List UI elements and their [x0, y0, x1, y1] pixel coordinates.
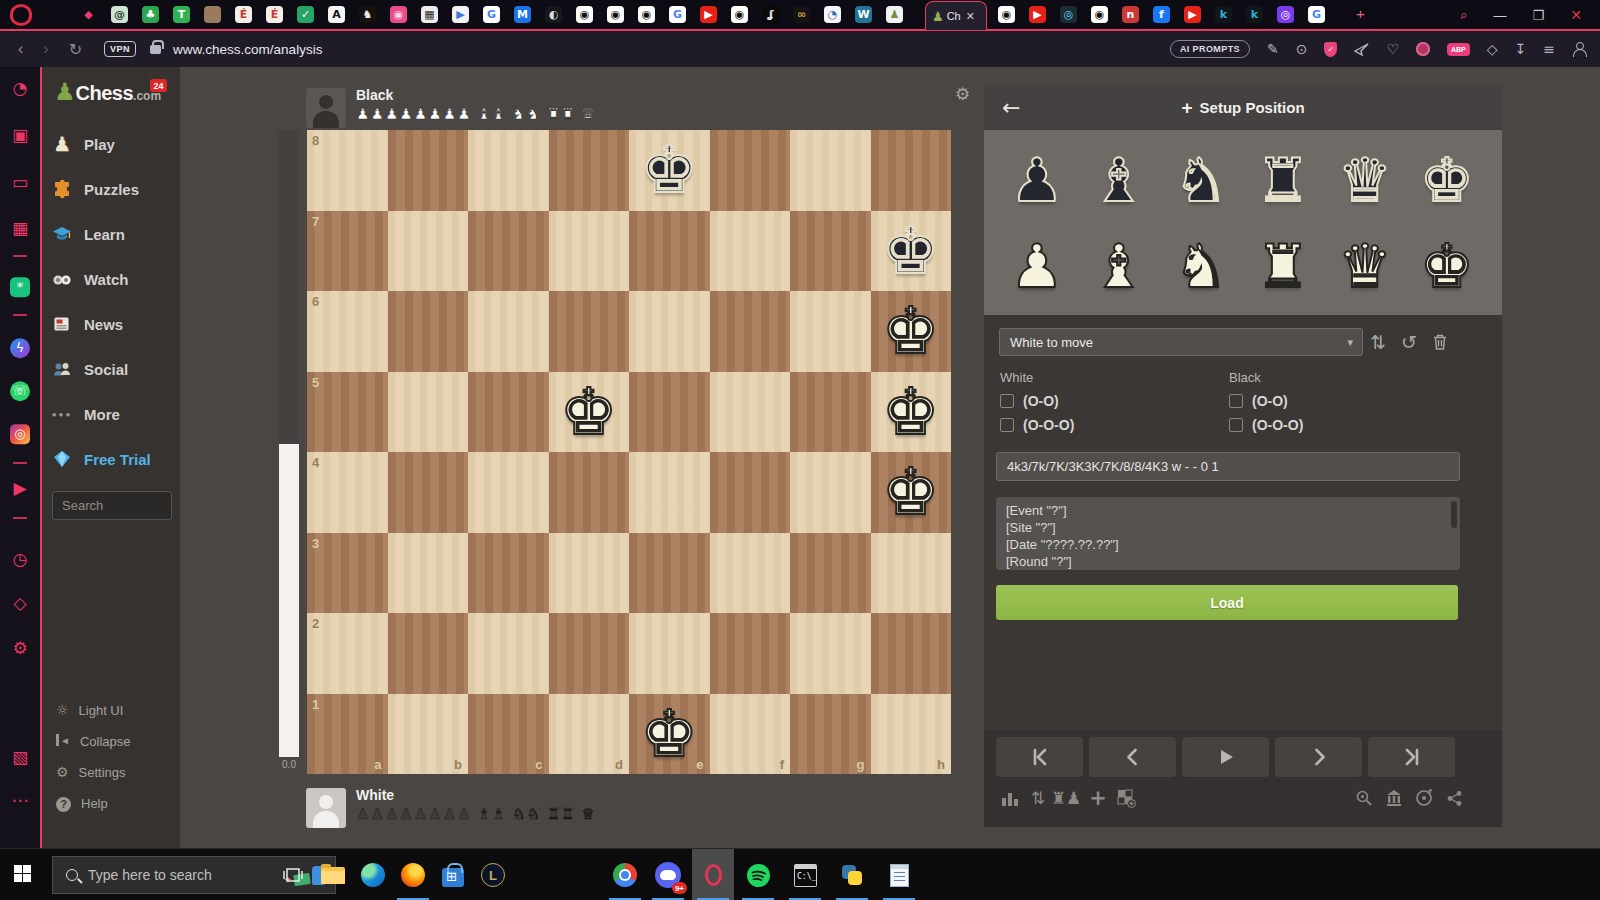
- settings-gear-icon: ⚙: [56, 763, 69, 781]
- black-kingside-row: (O-O): [1229, 393, 1288, 409]
- npm-favicon[interactable]: n: [1122, 6, 1139, 23]
- downloads-icon[interactable]: ↧: [1515, 41, 1527, 57]
- square-c4[interactable]: [468, 452, 549, 533]
- rail-divider: [13, 462, 27, 464]
- square-a8[interactable]: 8: [307, 130, 388, 211]
- square-h3[interactable]: [871, 533, 952, 614]
- square-a4[interactable]: 4: [307, 452, 388, 533]
- rank-label-5: 5: [312, 375, 319, 390]
- square-e6[interactable]: [629, 291, 710, 372]
- white-queenside-label: (O-O-O): [1023, 417, 1074, 433]
- cmd-icon[interactable]: C:\_: [788, 858, 822, 892]
- bar-chart-icon[interactable]: [998, 787, 1022, 809]
- browser-tab-bar: ◆@♣TÉÉ✓A♞◉▦▶GM◐◉◉◉G▶◉ʆ∞◔W♟ ♟ Ch ✕ ◉▶◎◉nf…: [0, 0, 1600, 30]
- github-favicon4[interactable]: ◉: [731, 6, 748, 23]
- spotify-icon[interactable]: [741, 858, 775, 892]
- pgn-line: [Event "?"]: [1006, 502, 1450, 519]
- turn-select[interactable]: White to move ▾: [999, 328, 1363, 356]
- square-d4[interactable]: [549, 452, 630, 533]
- help-icon: ?: [56, 794, 71, 812]
- white-kingside-row: (O-O): [1000, 393, 1059, 409]
- gx-gamepad-favicon[interactable]: ◆: [80, 6, 97, 23]
- new-tab-button[interactable]: +: [1356, 5, 1365, 22]
- panel-header: ← +Setup Position: [984, 85, 1502, 130]
- edge-icon[interactable]: [356, 858, 390, 892]
- rail-divider: [13, 255, 27, 257]
- practice-icon[interactable]: [1412, 787, 1436, 809]
- go-to-end-button[interactable]: [1368, 737, 1455, 777]
- player-row-white: White ♟♟♟♟♟♟♟♟ ♝♝ ♞♞ ♜♜ ♛: [306, 788, 596, 828]
- file-label-f: f: [780, 757, 784, 772]
- rank-label-6: 6: [312, 294, 319, 309]
- piece-wK-h4[interactable]: ♚: [871, 452, 952, 533]
- white-queenside-row: (O-O-O): [1000, 417, 1074, 433]
- e-red-favicon2[interactable]: É: [266, 6, 283, 23]
- board-add-icon[interactable]: [1114, 787, 1138, 809]
- file-label-b: b: [454, 757, 462, 772]
- rank-label-1: 1: [312, 697, 319, 712]
- twitch-icon[interactable]: ▭: [0, 172, 40, 192]
- whatsapp-icon[interactable]: ☏: [0, 379, 40, 401]
- black-queenside-row: (O-O-O): [1229, 417, 1303, 433]
- lunchbox-icon[interactable]: ▣: [0, 125, 40, 145]
- square-h1[interactable]: h: [871, 694, 952, 775]
- play-blue-favicon[interactable]: ▶: [452, 6, 469, 23]
- sidebar-light-ui[interactable]: ☼Light UI: [56, 697, 176, 723]
- square-h6[interactable]: ♚: [871, 291, 952, 372]
- extensions-box-icon[interactable]: ◇: [1487, 41, 1498, 57]
- piece-wK-e1[interactable]: ♚: [629, 694, 710, 775]
- file-label-a: a: [374, 757, 381, 772]
- sidebar-search-input[interactable]: [52, 491, 172, 520]
- black-queenside-checkbox[interactable]: [1229, 418, 1243, 432]
- square-h8[interactable]: [871, 130, 952, 211]
- square-c5[interactable]: [468, 372, 549, 453]
- youtube-favicon[interactable]: ▶: [700, 6, 717, 23]
- notification-badge: 24: [150, 79, 167, 92]
- panel-title: +Setup Position: [984, 97, 1502, 119]
- square-g3[interactable]: [790, 533, 871, 614]
- tab-pawn-icon: ♟: [932, 9, 944, 24]
- ai-prompts-button[interactable]: AI PROMPTS: [1170, 40, 1250, 58]
- cactus-favicon[interactable]: ♣: [142, 6, 159, 23]
- page-tools-icon[interactable]: ≡: [1543, 41, 1555, 57]
- palette-wN[interactable]: ♞: [1160, 223, 1242, 309]
- purple-favicon[interactable]: ◎: [1277, 6, 1294, 23]
- square-f7[interactable]: [710, 211, 791, 292]
- file-label-h: h: [937, 757, 945, 772]
- firefox-icon[interactable]: [396, 858, 430, 892]
- discord-badge: 9+: [672, 882, 687, 894]
- square-g8[interactable]: [790, 130, 871, 211]
- maximize-button[interactable]: ❐: [1533, 8, 1545, 23]
- fen-input[interactable]: [996, 452, 1460, 481]
- chess-board: 8♚7♚6♚5♚♚4♚321abcde♚fgh: [307, 130, 951, 774]
- snapshot-camera-icon[interactable]: ⊙: [1296, 41, 1308, 57]
- compose-icon[interactable]: ✎: [1267, 41, 1279, 57]
- square-h2[interactable]: [871, 613, 952, 694]
- pgn-line: [Round "?"]: [1006, 553, 1450, 570]
- square-h7[interactable]: ♚: [871, 211, 952, 292]
- sidebar-item-more[interactable]: ●●●More: [50, 394, 178, 434]
- abp-extension-icon[interactable]: ABP: [1447, 43, 1470, 56]
- chevron-down-icon: ▾: [1347, 336, 1353, 349]
- google-favicon2[interactable]: G: [669, 6, 686, 23]
- square-c7[interactable]: [468, 211, 549, 292]
- white-avatar[interactable]: [306, 788, 346, 828]
- square-g6[interactable]: [790, 291, 871, 372]
- castling-black-label: Black: [1229, 370, 1261, 385]
- photo-favicon[interactable]: [204, 6, 221, 23]
- opera-logo-icon[interactable]: [10, 4, 32, 26]
- square-f5[interactable]: [710, 372, 791, 453]
- setup-position-panel: ← +Setup Position ♟♝♞♜♛♚♟♝♞♜♛♚ White to …: [984, 85, 1502, 827]
- black-captured-pieces: ♟♟♟♟♟♟♟♟ ♝♝ ♞♞ ♜♜ ♛: [356, 105, 596, 123]
- piece-palette: ♟♝♞♜♛♚♟♝♞♜♛♚: [984, 130, 1502, 315]
- send-to-device-icon[interactable]: [1354, 42, 1369, 56]
- watch-icon: [50, 269, 74, 289]
- file-explorer-icon[interactable]: [316, 858, 350, 892]
- square-a5[interactable]: 5: [307, 372, 388, 453]
- square-h4[interactable]: ♚: [871, 452, 952, 533]
- rank-label-4: 4: [312, 455, 319, 470]
- easy-files-icon[interactable]: ◇: [0, 593, 40, 613]
- t-app-favicon[interactable]: T: [173, 6, 190, 23]
- logo-pawn-icon: ♟: [54, 81, 76, 103]
- e-red-favicon[interactable]: É: [235, 6, 252, 23]
- tab-close-icon[interactable]: ✕: [966, 10, 975, 23]
- dribbble-favicon[interactable]: ◉: [390, 6, 407, 23]
- pgn-line: [Site "?"]: [1006, 519, 1450, 536]
- eval-white-part: [279, 444, 299, 758]
- k-teal-favicon2[interactable]: k: [1246, 6, 1263, 23]
- github-favicon2[interactable]: ◉: [607, 6, 624, 23]
- rank-label-3: 3: [312, 536, 319, 551]
- player-row-black: Black ♟♟♟♟♟♟♟♟ ♝♝ ♞♞ ♜♜ ♛: [306, 88, 596, 128]
- next-move-button[interactable]: [1275, 737, 1362, 777]
- square-d8[interactable]: [549, 130, 630, 211]
- square-a1[interactable]: 1a: [307, 694, 388, 775]
- url-text[interactable]: www.chess.com/analysis: [173, 42, 322, 57]
- black-queenside-label: (O-O-O): [1252, 417, 1303, 433]
- close-window-button[interactable]: ✕: [1570, 7, 1582, 23]
- pgn-line: [Date "????.??.??"]: [1006, 536, 1450, 553]
- task-view-icon[interactable]: [276, 858, 310, 892]
- discord-icon[interactable]: 9+: [651, 858, 685, 892]
- square-c3[interactable]: [468, 533, 549, 614]
- flip-colors-icon[interactable]: ⇅: [1366, 328, 1390, 356]
- chesscom-sidebar: ♟ Chess .com 24 ♟PlayPuzzlesLearnWatchNe…: [42, 67, 180, 848]
- python-icon[interactable]: [835, 858, 869, 892]
- pgn-textarea[interactable]: [Event "?"][Site "?"][Date "????.??.??"]…: [996, 497, 1460, 570]
- square-g5[interactable]: [790, 372, 871, 453]
- sidebar-collapse[interactable]: ◄Collapse: [56, 728, 176, 754]
- board-favicon[interactable]: ▦: [421, 6, 438, 23]
- square-f6[interactable]: [710, 291, 791, 372]
- reset-board-icon[interactable]: ↺: [1397, 328, 1421, 356]
- square-d7[interactable]: [549, 211, 630, 292]
- black-kingside-checkbox[interactable]: [1229, 394, 1243, 408]
- square-c6[interactable]: [468, 291, 549, 372]
- sidebar-item-learn[interactable]: Learn: [50, 214, 178, 254]
- share-icon[interactable]: [1442, 787, 1466, 809]
- square-a3[interactable]: 3: [307, 533, 388, 614]
- black-player-name: Black: [356, 88, 596, 103]
- white-kingside-label: (O-O): [1023, 393, 1059, 409]
- reload-button[interactable]: ↻: [69, 40, 82, 59]
- wordpress-favicon[interactable]: W: [855, 6, 872, 23]
- minimize-button[interactable]: —: [1494, 8, 1507, 23]
- piece-wK-h6[interactable]: ♚: [871, 291, 952, 372]
- search-icon: [66, 869, 78, 881]
- google-favicon[interactable]: G: [483, 6, 500, 23]
- check-favicon[interactable]: ✓: [297, 6, 314, 23]
- board-settings-icon[interactable]: ⚙: [955, 84, 970, 104]
- social-icon: [50, 359, 74, 379]
- file-label-c: c: [535, 757, 542, 772]
- react-favicon[interactable]: ◎: [1060, 6, 1077, 23]
- eval-score: 0.0: [276, 759, 302, 770]
- square-c2[interactable]: [468, 613, 549, 694]
- square-b4[interactable]: [388, 452, 469, 533]
- explore-icon[interactable]: [1352, 787, 1376, 809]
- spiral-favicon[interactable]: @: [111, 6, 128, 23]
- palette-bQ[interactable]: ♛: [1324, 137, 1406, 223]
- white-queenside-checkbox[interactable]: [1000, 418, 1014, 432]
- rail-settings-icon[interactable]: ⚙: [0, 638, 40, 658]
- square-c1[interactable]: c: [468, 694, 549, 775]
- square-g2[interactable]: [790, 613, 871, 694]
- panel-footer: ⇅ ♜♟ +: [984, 730, 1502, 827]
- pgn-scrollbar[interactable]: [1451, 501, 1457, 528]
- square-b2[interactable]: [388, 613, 469, 694]
- square-d6[interactable]: [549, 291, 630, 372]
- palette-wK[interactable]: ♚: [1406, 223, 1488, 309]
- rank-label-2: 2: [312, 616, 319, 631]
- palette-wQ[interactable]: ♛: [1324, 223, 1406, 309]
- square-b3[interactable]: [388, 533, 469, 614]
- file-label-g: g: [857, 757, 865, 772]
- turn-select-value: White to move: [1010, 335, 1093, 350]
- black-avatar[interactable]: [306, 88, 346, 128]
- rank-label-8: 8: [312, 133, 319, 148]
- facebook-favicon[interactable]: f: [1153, 6, 1170, 23]
- trash-icon[interactable]: [1428, 328, 1452, 356]
- sidebar-item-social[interactable]: Social: [50, 349, 178, 389]
- taskbar-search-input[interactable]: [88, 867, 238, 883]
- address-bar-actions: AI PROMPTS ✎ ⊙ ✓ ♡ ABP ◇ ↧ ≡: [1170, 31, 1586, 67]
- square-e5[interactable]: [629, 372, 710, 453]
- white-kingside-checkbox[interactable]: [1000, 394, 1014, 408]
- mj-favicon[interactable]: M: [514, 6, 531, 23]
- sidebar-item-news[interactable]: News: [50, 304, 178, 344]
- light-ui-icon: ☼: [56, 701, 69, 719]
- script-favicon[interactable]: ʆ: [762, 6, 779, 23]
- league-icon[interactable]: L: [476, 858, 510, 892]
- vpn-badge[interactable]: VPN: [104, 41, 136, 57]
- white-captured-pieces: ♟♟♟♟♟♟♟♟ ♝♝ ♞♞ ♜♜ ♛: [356, 805, 596, 823]
- rail-divider: [13, 517, 27, 519]
- piece-wK-d5[interactable]: ♚: [549, 372, 630, 453]
- square-h5[interactable]: ♚: [871, 372, 952, 453]
- learn-icon: [50, 224, 74, 244]
- windows-taskbar: ✦ L9+C:\_ 83°F Windy ∧ FRA 1:05 PM 8/28/…: [0, 848, 1600, 900]
- aria-icon[interactable]: [1416, 42, 1430, 56]
- openings-icon[interactable]: [1382, 787, 1406, 809]
- piece-bK-h7[interactable]: ♚: [871, 211, 952, 292]
- square-a7[interactable]: 7: [307, 211, 388, 292]
- a-circle-favicon[interactable]: A: [328, 6, 345, 23]
- puzzles-icon: [50, 179, 74, 199]
- player-icon[interactable]: ▶: [0, 478, 40, 498]
- free-trial-icon: [50, 449, 74, 469]
- logo-brand-text: Chess: [76, 82, 134, 105]
- google-favicon3[interactable]: G: [1308, 6, 1325, 23]
- square-b1[interactable]: b: [388, 694, 469, 775]
- square-e3[interactable]: [629, 533, 710, 614]
- square-g4[interactable]: [790, 452, 871, 533]
- sidebar-item-puzzles[interactable]: Puzzles: [50, 169, 178, 209]
- messenger-icon[interactable]: ϟ: [0, 336, 40, 358]
- square-b8[interactable]: [388, 130, 469, 211]
- square-f2[interactable]: [710, 613, 791, 694]
- square-b5[interactable]: [388, 372, 469, 453]
- window-controls: ⌕ — ❐ ✕: [1460, 0, 1600, 30]
- palette-bR[interactable]: ♜: [1242, 137, 1324, 223]
- svg-text:C:\_: C:\_: [797, 872, 816, 881]
- square-d3[interactable]: [549, 533, 630, 614]
- k-teal-favicon[interactable]: k: [1215, 6, 1232, 23]
- evaluation-bar: [279, 130, 299, 757]
- chatgpt-icon[interactable]: *: [0, 275, 40, 297]
- square-f3[interactable]: [710, 533, 791, 614]
- extension-chip-icon[interactable]: ▦: [0, 218, 40, 238]
- square-c8[interactable]: [468, 130, 549, 211]
- chess-pawn-favicon[interactable]: ♟: [886, 6, 903, 23]
- file-label-d: d: [615, 757, 623, 772]
- add-plus-icon[interactable]: +: [1086, 787, 1110, 809]
- github-favicon6[interactable]: ◉: [1091, 6, 1108, 23]
- palette-wP[interactable]: ♟: [996, 223, 1078, 309]
- square-e2[interactable]: [629, 613, 710, 694]
- tab-label: Ch: [947, 10, 961, 22]
- sidebar-help[interactable]: ?Help: [56, 790, 176, 816]
- sidebar-settings[interactable]: ⚙Settings: [56, 759, 176, 785]
- rail-divider: [13, 314, 27, 316]
- plus-icon: +: [1181, 97, 1192, 118]
- sidebar-item-watch[interactable]: Watch: [50, 259, 178, 299]
- square-g7[interactable]: [790, 211, 871, 292]
- go-to-start-button[interactable]: [996, 737, 1083, 777]
- square-a2[interactable]: 2: [307, 613, 388, 694]
- youtube-favicon3[interactable]: ▶: [1184, 6, 1201, 23]
- store-icon[interactable]: [436, 858, 470, 892]
- square-a6[interactable]: 6: [307, 291, 388, 372]
- square-d5[interactable]: ♚: [549, 372, 630, 453]
- square-b7[interactable]: [388, 211, 469, 292]
- white-player-name: White: [356, 788, 596, 803]
- opera-icon[interactable]: [696, 858, 730, 892]
- square-e8[interactable]: ♚: [629, 130, 710, 211]
- chrome-icon[interactable]: [608, 858, 642, 892]
- more-icon: ●●●: [50, 410, 74, 419]
- github-favicon3[interactable]: ◉: [638, 6, 655, 23]
- gx-accent-line: [0, 29, 1600, 31]
- news-icon: [50, 314, 74, 334]
- square-e1[interactable]: e♚: [629, 694, 710, 775]
- snapshot-icon[interactable]: ▧: [0, 747, 40, 767]
- youtube-favicon2[interactable]: ▶: [1029, 6, 1046, 23]
- square-b6[interactable]: [388, 291, 469, 372]
- favorites-heart-icon[interactable]: ♡: [1386, 41, 1399, 57]
- palette-bB[interactable]: ♝: [1078, 137, 1160, 223]
- palette-bP[interactable]: ♟: [996, 137, 1078, 223]
- load-button[interactable]: Load: [996, 585, 1458, 620]
- palette-wB[interactable]: ♝: [1078, 223, 1160, 309]
- github-favicon5[interactable]: ◉: [998, 6, 1015, 23]
- speedometer-icon[interactable]: ◔: [0, 78, 40, 98]
- sidebar-item-play[interactable]: ♟Play: [50, 124, 178, 164]
- active-tab-chess[interactable]: ♟ Ch ✕: [925, 1, 987, 30]
- play-button[interactable]: [1182, 737, 1269, 777]
- square-f8[interactable]: [710, 130, 791, 211]
- overflow-dots-icon[interactable]: ⋯: [0, 790, 40, 810]
- opera-sidebar-rail: ◔▣▭▦*ϟ☏◎▶◷◇⚙▧⋯: [0, 67, 40, 848]
- github-favicon[interactable]: ◉: [576, 6, 593, 23]
- instagram-icon[interactable]: ◎: [0, 422, 40, 444]
- forward-button[interactable]: ›: [43, 40, 48, 58]
- back-button[interactable]: ‹: [18, 40, 23, 58]
- start-button[interactable]: [14, 865, 31, 882]
- previous-move-button[interactable]: [1089, 737, 1176, 777]
- infinity-favicon[interactable]: ∞: [793, 6, 810, 23]
- square-d2[interactable]: [549, 613, 630, 694]
- square-e7[interactable]: [629, 211, 710, 292]
- globe-dark-favicon[interactable]: ◐: [545, 6, 562, 23]
- history-clock-icon[interactable]: ◷: [0, 549, 40, 569]
- pieces-icon[interactable]: ♜♟: [1054, 787, 1078, 809]
- piece-wK-h5[interactable]: ♚: [871, 372, 952, 453]
- chesscom-logo[interactable]: ♟ Chess .com: [54, 81, 161, 105]
- profile-icon[interactable]: [1572, 42, 1586, 56]
- play-pawn-icon: ♟: [50, 132, 74, 156]
- flip-board-icon[interactable]: ⇅: [1026, 787, 1050, 809]
- rank-label-7: 7: [312, 214, 319, 229]
- square-f1[interactable]: f: [710, 694, 791, 775]
- palette-wR[interactable]: ♜: [1242, 223, 1324, 309]
- lock-icon[interactable]: [150, 45, 161, 54]
- castling-white-label: White: [1000, 370, 1033, 385]
- square-d1[interactable]: d: [549, 694, 630, 775]
- adblock-shield-icon[interactable]: ✓: [1324, 42, 1337, 57]
- square-e4[interactable]: [629, 452, 710, 533]
- square-f4[interactable]: [710, 452, 791, 533]
- sidebar-item-free-trial[interactable]: Free Trial: [50, 439, 178, 479]
- ball-favicon[interactable]: ◔: [824, 6, 841, 23]
- piece-bK-e8[interactable]: ♚: [629, 130, 710, 211]
- tab-search-icon[interactable]: ⌕: [1460, 7, 1467, 23]
- chess-dark-favicon[interactable]: ♞: [359, 6, 376, 23]
- notepad-icon[interactable]: [882, 858, 916, 892]
- gx-accent-vertical: [40, 67, 42, 848]
- palette-bK[interactable]: ♚: [1406, 137, 1488, 223]
- palette-bN[interactable]: ♞: [1160, 137, 1242, 223]
- square-g1[interactable]: g: [790, 694, 871, 775]
- black-kingside-label: (O-O): [1252, 393, 1288, 409]
- collapse-icon: ◄: [56, 732, 70, 750]
